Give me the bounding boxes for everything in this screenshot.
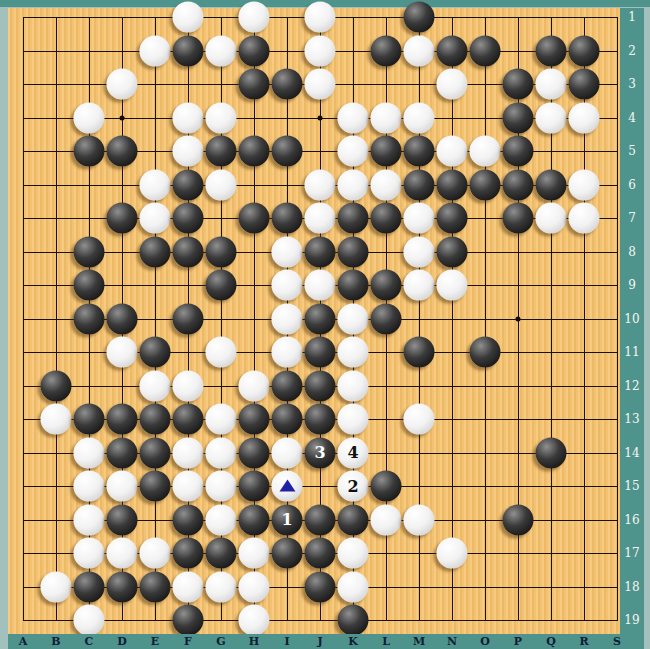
black-stone-P4 <box>503 102 534 133</box>
move-number-label: 4 <box>347 445 358 461</box>
white-stone-K18 <box>338 571 369 602</box>
black-stone-F8 <box>173 236 204 267</box>
black-stone-P7 <box>503 203 534 234</box>
black-stone-R3 <box>569 69 600 100</box>
black-stone-K8 <box>338 236 369 267</box>
black-stone-P3 <box>503 69 534 100</box>
white-stone-H12 <box>239 370 270 401</box>
white-stone-F5 <box>173 136 204 167</box>
white-stone-G4 <box>206 102 237 133</box>
white-stone-M9 <box>404 270 435 301</box>
white-stone-C19 <box>74 605 105 636</box>
white-stone-J3 <box>305 69 336 100</box>
row-label-11: 11 <box>620 345 644 359</box>
black-stone-I5 <box>272 136 303 167</box>
white-stone-Q3 <box>536 69 567 100</box>
white-stone-K14: 4 <box>338 437 369 468</box>
white-stone-L4 <box>371 102 402 133</box>
black-stone-J10 <box>305 303 336 334</box>
black-stone-J11 <box>305 337 336 368</box>
star-point <box>318 115 323 120</box>
column-label-G: G <box>216 635 225 648</box>
black-stone-J13 <box>305 404 336 435</box>
column-label-M: M <box>413 635 425 648</box>
black-stone-I7 <box>272 203 303 234</box>
column-label-H: H <box>249 635 259 648</box>
black-stone-E14 <box>140 437 171 468</box>
row-label-9: 9 <box>620 278 644 292</box>
black-stone-I12 <box>272 370 303 401</box>
black-stone-J18 <box>305 571 336 602</box>
grid-line-vertical <box>617 17 618 621</box>
white-stone-D11 <box>107 337 138 368</box>
white-stone-B18 <box>41 571 72 602</box>
row-label-12: 12 <box>620 379 644 393</box>
row-label-3: 3 <box>620 77 644 91</box>
white-stone-L16 <box>371 504 402 535</box>
white-stone-R4 <box>569 102 600 133</box>
black-stone-C10 <box>74 303 105 334</box>
black-stone-E15 <box>140 471 171 502</box>
black-stone-O6 <box>470 169 501 200</box>
black-stone-G8 <box>206 236 237 267</box>
white-stone-K5 <box>338 136 369 167</box>
white-stone-M16 <box>404 504 435 535</box>
white-stone-J2 <box>305 35 336 66</box>
black-stone-G17 <box>206 538 237 569</box>
black-stone-M6 <box>404 169 435 200</box>
black-stone-N7 <box>437 203 468 234</box>
white-stone-J1 <box>305 2 336 33</box>
white-stone-O5 <box>470 136 501 167</box>
move-number-label: 3 <box>314 445 325 461</box>
row-label-19: 19 <box>620 613 644 627</box>
black-stone-D14 <box>107 437 138 468</box>
white-stone-Q4 <box>536 102 567 133</box>
white-stone-K13 <box>338 404 369 435</box>
go-board[interactable]: 3421 <box>8 8 620 634</box>
black-stone-L5 <box>371 136 402 167</box>
black-stone-F7 <box>173 203 204 234</box>
black-stone-R2 <box>569 35 600 66</box>
row-label-7: 7 <box>620 211 644 225</box>
column-label-I: I <box>284 635 289 648</box>
white-stone-I8 <box>272 236 303 267</box>
black-stone-I13 <box>272 404 303 435</box>
black-stone-Q6 <box>536 169 567 200</box>
black-stone-E18 <box>140 571 171 602</box>
white-stone-J7 <box>305 203 336 234</box>
black-stone-L9 <box>371 270 402 301</box>
white-stone-G16 <box>206 504 237 535</box>
white-stone-D15 <box>107 471 138 502</box>
white-stone-H1 <box>239 2 270 33</box>
black-stone-F16 <box>173 504 204 535</box>
row-coordinate-strip: 12345678910111213141516171819 <box>620 8 644 649</box>
black-stone-O11 <box>470 337 501 368</box>
black-stone-H7 <box>239 203 270 234</box>
black-stone-D7 <box>107 203 138 234</box>
white-stone-M2 <box>404 35 435 66</box>
black-stone-H13 <box>239 404 270 435</box>
column-label-B: B <box>51 635 60 648</box>
black-stone-O2 <box>470 35 501 66</box>
grid-line-vertical <box>452 17 453 621</box>
black-stone-D10 <box>107 303 138 334</box>
black-stone-M1 <box>404 2 435 33</box>
column-label-K: K <box>348 635 358 648</box>
white-stone-I9 <box>272 270 303 301</box>
black-stone-Q2 <box>536 35 567 66</box>
black-stone-P5 <box>503 136 534 167</box>
white-stone-M13 <box>404 404 435 435</box>
black-stone-L7 <box>371 203 402 234</box>
black-stone-Q14 <box>536 437 567 468</box>
white-stone-F12 <box>173 370 204 401</box>
black-stone-D13 <box>107 404 138 435</box>
black-stone-D5 <box>107 136 138 167</box>
white-stone-N17 <box>437 538 468 569</box>
row-label-4: 4 <box>620 111 644 125</box>
column-label-L: L <box>382 635 390 648</box>
row-label-16: 16 <box>620 513 644 527</box>
black-stone-L10 <box>371 303 402 334</box>
white-stone-N3 <box>437 69 468 100</box>
white-stone-D3 <box>107 69 138 100</box>
black-stone-C18 <box>74 571 105 602</box>
black-stone-C13 <box>74 404 105 435</box>
white-stone-C16 <box>74 504 105 535</box>
white-stone-K12 <box>338 370 369 401</box>
row-label-17: 17 <box>620 546 644 560</box>
white-stone-E12 <box>140 370 171 401</box>
column-label-E: E <box>151 635 159 648</box>
column-label-O: O <box>480 635 490 648</box>
column-label-F: F <box>184 635 192 648</box>
white-stone-C15 <box>74 471 105 502</box>
row-label-15: 15 <box>620 479 644 493</box>
star-point <box>516 316 521 321</box>
white-stone-I14 <box>272 437 303 468</box>
white-stone-K4 <box>338 102 369 133</box>
black-stone-B12 <box>41 370 72 401</box>
black-stone-F19 <box>173 605 204 636</box>
grid-line-horizontal <box>23 620 618 621</box>
triangle-marker <box>279 479 295 491</box>
black-stone-F17 <box>173 538 204 569</box>
black-stone-K19 <box>338 605 369 636</box>
black-stone-E8 <box>140 236 171 267</box>
white-stone-G14 <box>206 437 237 468</box>
column-label-S: S <box>613 635 621 648</box>
white-stone-F18 <box>173 571 204 602</box>
white-stone-E7 <box>140 203 171 234</box>
black-stone-D16 <box>107 504 138 535</box>
white-stone-K11 <box>338 337 369 368</box>
black-stone-N6 <box>437 169 468 200</box>
white-stone-M4 <box>404 102 435 133</box>
row-label-1: 1 <box>620 10 644 24</box>
white-stone-R7 <box>569 203 600 234</box>
white-stone-I11 <box>272 337 303 368</box>
white-stone-H17 <box>239 538 270 569</box>
grid-line-vertical <box>485 17 486 621</box>
black-stone-K7 <box>338 203 369 234</box>
black-stone-G9 <box>206 270 237 301</box>
white-stone-Q7 <box>536 203 567 234</box>
white-stone-K10 <box>338 303 369 334</box>
white-stone-R6 <box>569 169 600 200</box>
white-stone-F4 <box>173 102 204 133</box>
move-number-label: 1 <box>281 512 292 528</box>
black-stone-F13 <box>173 404 204 435</box>
white-stone-K6 <box>338 169 369 200</box>
black-stone-L2 <box>371 35 402 66</box>
black-stone-I16: 1 <box>272 504 303 535</box>
white-stone-I15 <box>272 471 303 502</box>
black-stone-I3 <box>272 69 303 100</box>
white-stone-F15 <box>173 471 204 502</box>
black-stone-H5 <box>239 136 270 167</box>
black-stone-J16 <box>305 504 336 535</box>
white-stone-H19 <box>239 605 270 636</box>
white-stone-C14 <box>74 437 105 468</box>
white-stone-F14 <box>173 437 204 468</box>
black-stone-H14 <box>239 437 270 468</box>
black-stone-F6 <box>173 169 204 200</box>
white-stone-C17 <box>74 538 105 569</box>
row-label-14: 14 <box>620 446 644 460</box>
row-label-10: 10 <box>620 312 644 326</box>
white-stone-D17 <box>107 538 138 569</box>
row-label-13: 13 <box>620 412 644 426</box>
black-stone-J14: 3 <box>305 437 336 468</box>
star-point <box>120 115 125 120</box>
black-stone-H3 <box>239 69 270 100</box>
white-stone-E2 <box>140 35 171 66</box>
column-label-J: J <box>317 635 322 648</box>
white-stone-F1 <box>173 2 204 33</box>
black-stone-D18 <box>107 571 138 602</box>
white-stone-M8 <box>404 236 435 267</box>
white-stone-G15 <box>206 471 237 502</box>
row-label-6: 6 <box>620 178 644 192</box>
white-stone-K17 <box>338 538 369 569</box>
black-stone-C5 <box>74 136 105 167</box>
move-number-label: 2 <box>347 478 358 494</box>
white-stone-G18 <box>206 571 237 602</box>
black-stone-H15 <box>239 471 270 502</box>
row-label-2: 2 <box>620 44 644 58</box>
black-stone-P16 <box>503 504 534 535</box>
white-stone-E6 <box>140 169 171 200</box>
column-label-D: D <box>117 635 127 648</box>
black-stone-H16 <box>239 504 270 535</box>
column-label-C: C <box>85 635 94 648</box>
white-stone-B13 <box>41 404 72 435</box>
white-stone-N9 <box>437 270 468 301</box>
go-game-window: 3421 12345678910111213141516171819 ABCDE… <box>0 0 650 649</box>
black-stone-J12 <box>305 370 336 401</box>
black-stone-J8 <box>305 236 336 267</box>
black-stone-J17 <box>305 538 336 569</box>
black-stone-M11 <box>404 337 435 368</box>
white-stone-I10 <box>272 303 303 334</box>
column-label-A: A <box>19 635 28 648</box>
black-stone-L15 <box>371 471 402 502</box>
row-label-5: 5 <box>620 144 644 158</box>
white-stone-J9 <box>305 270 336 301</box>
white-stone-G2 <box>206 35 237 66</box>
column-label-P: P <box>514 635 522 648</box>
white-stone-K15: 2 <box>338 471 369 502</box>
black-stone-C8 <box>74 236 105 267</box>
white-stone-M7 <box>404 203 435 234</box>
black-stone-P6 <box>503 169 534 200</box>
white-stone-C4 <box>74 102 105 133</box>
black-stone-K9 <box>338 270 369 301</box>
column-coordinate-strip: ABCDEFGHIJKLMNOPQRS <box>8 634 620 649</box>
white-stone-L6 <box>371 169 402 200</box>
column-label-Q: Q <box>546 635 556 648</box>
white-stone-G6 <box>206 169 237 200</box>
black-stone-N8 <box>437 236 468 267</box>
column-label-R: R <box>579 635 588 648</box>
row-label-18: 18 <box>620 580 644 594</box>
black-stone-H2 <box>239 35 270 66</box>
black-stone-M5 <box>404 136 435 167</box>
white-stone-G11 <box>206 337 237 368</box>
row-label-8: 8 <box>620 245 644 259</box>
black-stone-K16 <box>338 504 369 535</box>
column-label-N: N <box>447 635 457 648</box>
white-stone-J6 <box>305 169 336 200</box>
white-stone-N5 <box>437 136 468 167</box>
black-stone-N2 <box>437 35 468 66</box>
white-stone-H18 <box>239 571 270 602</box>
black-stone-C9 <box>74 270 105 301</box>
black-stone-F10 <box>173 303 204 334</box>
black-stone-F2 <box>173 35 204 66</box>
black-stone-I17 <box>272 538 303 569</box>
black-stone-G5 <box>206 136 237 167</box>
black-stone-E11 <box>140 337 171 368</box>
white-stone-E17 <box>140 538 171 569</box>
white-stone-G13 <box>206 404 237 435</box>
black-stone-E13 <box>140 404 171 435</box>
